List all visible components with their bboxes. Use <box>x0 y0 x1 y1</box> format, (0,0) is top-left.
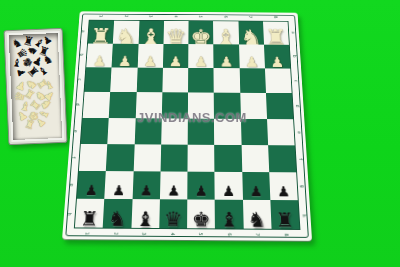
square <box>268 145 296 172</box>
black-pawn: ♟ <box>139 185 152 196</box>
black-pawn: ♟ <box>222 186 235 197</box>
white-king: ♚ <box>190 28 212 45</box>
white-pawn: ♟ <box>219 57 233 68</box>
white-spare-piece: ♟ <box>15 109 29 124</box>
black-pawn: ♟ <box>167 185 180 196</box>
white-spare-piece: ♟ <box>42 89 57 104</box>
square: ♟ <box>77 171 106 199</box>
black-spare-piece: ♟ <box>41 34 54 47</box>
black-rook: ♜ <box>80 211 100 227</box>
square: ♟ <box>163 44 189 68</box>
square <box>133 144 161 171</box>
square: ♚ <box>188 21 213 44</box>
white-pawn: ♟ <box>118 56 132 67</box>
square <box>214 145 241 172</box>
black-spare-piece: ♟ <box>31 54 45 68</box>
square: ♟ <box>105 171 134 199</box>
black-pawn: ♟ <box>195 185 208 196</box>
square: ♟ <box>86 44 113 68</box>
white-bishop: ♝ <box>215 28 237 45</box>
white-spare-piece: ♝ <box>19 99 32 113</box>
white-knight: ♞ <box>115 28 137 45</box>
square: ♜ <box>75 199 105 228</box>
white-pawn: ♟ <box>245 57 259 68</box>
white-bishop: ♝ <box>140 28 162 45</box>
white-spare-piece: ♜ <box>22 87 36 102</box>
square: ♝ <box>215 200 243 229</box>
square: ♟ <box>188 44 214 68</box>
board-border: 12345678 12345678 abcdefgh abcdefgh ♜♞♝♛… <box>62 11 312 240</box>
black-spare-piece: ♞ <box>25 43 40 58</box>
square: ♞ <box>242 200 271 229</box>
white-spare-piece: ♛ <box>12 90 27 104</box>
square: ♟ <box>242 172 270 200</box>
black-rook: ♜ <box>275 213 294 229</box>
square: ♟ <box>215 172 243 200</box>
black-spare-piece: ♝ <box>32 36 47 51</box>
square: ♟ <box>112 44 138 68</box>
square <box>214 68 240 93</box>
black-queen: ♛ <box>164 212 183 228</box>
white-spare-piece: ♞ <box>33 88 48 104</box>
square <box>241 145 269 172</box>
black-bishop: ♝ <box>136 212 155 228</box>
black-king: ♚ <box>192 212 211 228</box>
white-spare-piece: ♞ <box>39 97 54 112</box>
square <box>79 144 108 171</box>
square: ♞ <box>113 21 139 44</box>
box-interior: ♞♜♝♟♛♞♜♝♚♟♞♜♝♟♟♞♜♝♛♜♞♟♝♜♞♟♚♝♜♟ <box>9 33 63 140</box>
black-spare-piece: ♝ <box>36 64 51 79</box>
black-spare-piece: ♜ <box>37 44 51 59</box>
white-spare-piece: ♟ <box>14 79 27 93</box>
white-rook: ♜ <box>90 28 112 45</box>
black-spare-piece: ♞ <box>10 36 23 50</box>
square: ♞ <box>103 199 132 228</box>
black-pawn: ♟ <box>277 186 291 197</box>
square: ♟ <box>264 45 290 69</box>
white-spare-piece: ♝ <box>37 107 51 120</box>
square: ♟ <box>214 44 240 68</box>
black-spare-piece: ♞ <box>41 53 54 66</box>
photo-scene: ♞♜♝♟♛♞♜♝♚♟♞♜♝♟♟♞♜♝♛♜♞♟♝♜♞♟♚♝♜♟ 12345678 … <box>0 0 400 267</box>
square <box>187 144 214 171</box>
square: ♟ <box>187 171 215 199</box>
white-spare-piece: ♚ <box>26 108 42 124</box>
square <box>162 68 188 93</box>
white-spare-piece: ♜ <box>23 118 36 131</box>
square <box>267 119 295 145</box>
square: ♛ <box>159 199 187 228</box>
square <box>239 68 266 93</box>
black-spare-piece: ♝ <box>11 57 22 69</box>
square: ♟ <box>160 171 188 199</box>
square <box>266 93 293 119</box>
square <box>83 92 111 118</box>
white-queen: ♛ <box>165 28 187 45</box>
square <box>106 144 134 171</box>
square <box>160 144 187 171</box>
black-spare-piece: ♚ <box>20 55 36 70</box>
square <box>84 68 111 93</box>
square: ♝ <box>213 21 238 44</box>
white-spare-piece: ♜ <box>28 98 43 113</box>
white-pawn: ♟ <box>194 57 208 68</box>
white-pawn: ♟ <box>270 57 284 68</box>
square <box>188 68 214 93</box>
white-spare-piece: ♜ <box>35 77 50 91</box>
square: ♝ <box>138 21 164 44</box>
black-knight: ♞ <box>108 211 127 227</box>
black-pawn: ♟ <box>249 186 262 197</box>
square: ♝ <box>131 199 160 228</box>
square: ♟ <box>239 45 265 69</box>
square: ♚ <box>187 199 215 228</box>
black-knight: ♞ <box>247 212 266 228</box>
white-spare-piece: ♟ <box>34 116 47 129</box>
square <box>81 117 109 143</box>
black-spare-piece: ♜ <box>25 64 41 80</box>
watermark-text: JVINDIANS.COM <box>126 110 258 125</box>
square: ♟ <box>269 172 298 200</box>
black-spare-piece: ♟ <box>15 67 27 78</box>
square: ♟ <box>137 44 163 68</box>
square: ♜ <box>88 20 114 43</box>
chess-board: 12345678 12345678 abcdefgh abcdefgh ♜♞♝♛… <box>62 11 312 240</box>
square: ♛ <box>163 21 188 44</box>
chess-pieces-box: ♞♜♝♟♛♞♜♝♚♟♞♜♝♟♟♞♜♝♛♜♞♟♝♜♞♟♚♝♜♟ <box>4 28 68 145</box>
black-spare-piece: ♛ <box>14 46 30 62</box>
white-pawn: ♟ <box>169 56 183 67</box>
white-rook: ♜ <box>265 29 287 46</box>
white-spare-piece: ♞ <box>23 76 39 92</box>
square <box>110 68 137 93</box>
white-pawn: ♟ <box>143 56 157 67</box>
black-pawn: ♟ <box>84 185 98 196</box>
white-pawn: ♟ <box>92 56 106 67</box>
square <box>136 68 162 93</box>
white-spare-piece: ♝ <box>43 79 55 92</box>
black-bishop: ♝ <box>220 212 239 228</box>
square: ♞ <box>238 21 264 44</box>
black-spare-piece: ♜ <box>22 34 35 48</box>
black-pawn: ♟ <box>112 185 126 196</box>
white-knight: ♞ <box>240 29 262 46</box>
square: ♜ <box>270 200 299 229</box>
board-labels-bottom: 12345678 <box>73 229 301 238</box>
square: ♟ <box>132 171 160 199</box>
square <box>265 69 292 94</box>
square: ♜ <box>263 22 289 45</box>
